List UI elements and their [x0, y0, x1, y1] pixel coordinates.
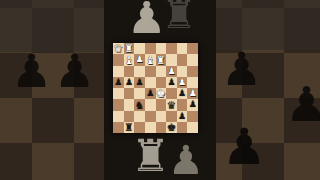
piece-white-pawn: ♟ — [177, 77, 188, 88]
square-f8 — [166, 43, 177, 54]
square-e6 — [156, 66, 167, 77]
square-f4 — [166, 88, 177, 99]
square-a1 — [113, 122, 124, 133]
square-h5 — [187, 77, 198, 88]
piece-black-queen: ♛ — [166, 99, 177, 110]
square-a2 — [113, 111, 124, 122]
square-g3 — [177, 99, 188, 110]
piece-white-rook: ♜ — [124, 43, 135, 54]
square-f5: ♟ — [166, 77, 177, 88]
letterbox-band-overlay — [216, 0, 320, 50]
piece-black-rook: ♜ — [124, 122, 135, 133]
square-g1 — [177, 122, 188, 133]
chess-board: ♛♜♝♟♝♜♟♟♟♟♟♟♟♚♟♟♞♛♟♟♜♚ — [113, 43, 198, 133]
square-f6: ♟ — [166, 66, 177, 77]
piece-white-pawn: ♟ — [187, 88, 198, 99]
square-g8 — [177, 43, 188, 54]
square-d5 — [145, 77, 156, 88]
square-c7: ♟ — [134, 54, 145, 65]
piece-white-bishop: ♝ — [124, 54, 135, 65]
square-e1 — [156, 122, 167, 133]
square-g2: ♟ — [177, 111, 188, 122]
square-h6 — [187, 66, 198, 77]
square-d8 — [145, 43, 156, 54]
square-b5: ♟ — [124, 77, 135, 88]
square-e7: ♜ — [156, 54, 167, 65]
piece-black-pawn: ♟ — [187, 99, 198, 110]
square-g6 — [177, 66, 188, 77]
square-h3: ♟ — [187, 99, 198, 110]
square-d7: ♝ — [145, 54, 156, 65]
square-d6 — [145, 66, 156, 77]
piece-black-pawn: ♟ — [166, 77, 177, 88]
piece-white-king: ♚ — [156, 88, 167, 99]
square-h2 — [187, 111, 198, 122]
square-d4: ♟ — [145, 88, 156, 99]
video-frame: ♛♜♝♟♝♜♟♟♟♟♟♟♟♚♟♟♞♛♟♟♜♚ ♟♟♟♟♟♟♜♜♟ — [0, 0, 320, 180]
square-c1 — [134, 122, 145, 133]
square-e8 — [156, 43, 167, 54]
piece-black-king: ♚ — [166, 122, 177, 133]
square-f3: ♛ — [166, 99, 177, 110]
piece-white-pawn: ♟ — [134, 54, 145, 65]
square-b8: ♜ — [124, 43, 135, 54]
square-b4 — [124, 88, 135, 99]
square-f2 — [166, 111, 177, 122]
piece-black-pawn: ♟ — [124, 77, 135, 88]
square-d1 — [145, 122, 156, 133]
square-a8: ♛ — [113, 43, 124, 54]
square-c2 — [134, 111, 145, 122]
piece-black-pawn: ♟ — [177, 88, 188, 99]
square-b6 — [124, 66, 135, 77]
piece-white-rook: ♜ — [156, 54, 167, 65]
letterbox-band-overlay — [0, 0, 104, 52]
square-d2 — [145, 111, 156, 122]
square-c4 — [134, 88, 145, 99]
square-g5: ♟ — [177, 77, 188, 88]
square-h4: ♟ — [187, 88, 198, 99]
square-b2 — [124, 111, 135, 122]
square-g4: ♟ — [177, 88, 188, 99]
piece-black-pawn: ♟ — [177, 111, 188, 122]
square-f1: ♚ — [166, 122, 177, 133]
square-b1: ♜ — [124, 122, 135, 133]
letterbox-band-overlay — [216, 50, 320, 180]
square-a5: ♟ — [113, 77, 124, 88]
square-b3 — [124, 99, 135, 110]
piece-white-bishop: ♝ — [145, 54, 156, 65]
square-d3 — [145, 99, 156, 110]
piece-black-pawn: ♟ — [113, 77, 124, 88]
square-a6 — [113, 66, 124, 77]
piece-white-pawn: ♟ — [166, 66, 177, 77]
letterbox-band-overlay — [0, 52, 104, 180]
square-b7: ♝ — [124, 54, 135, 65]
square-h1 — [187, 122, 198, 133]
square-c6 — [134, 66, 145, 77]
square-e3 — [156, 99, 167, 110]
piece-black-knight: ♞ — [134, 99, 145, 110]
square-c5: ♟ — [134, 77, 145, 88]
square-a4 — [113, 88, 124, 99]
square-e5 — [156, 77, 167, 88]
piece-black-pawn: ♟ — [145, 88, 156, 99]
square-e2 — [156, 111, 167, 122]
square-f7 — [166, 54, 177, 65]
piece-black-pawn: ♟ — [134, 77, 145, 88]
square-a7 — [113, 54, 124, 65]
square-h8 — [187, 43, 198, 54]
square-g7 — [177, 54, 188, 65]
square-c8 — [134, 43, 145, 54]
square-c3: ♞ — [134, 99, 145, 110]
square-e4: ♚ — [156, 88, 167, 99]
piece-white-queen: ♛ — [113, 43, 124, 54]
square-a3 — [113, 99, 124, 110]
square-h7 — [187, 54, 198, 65]
